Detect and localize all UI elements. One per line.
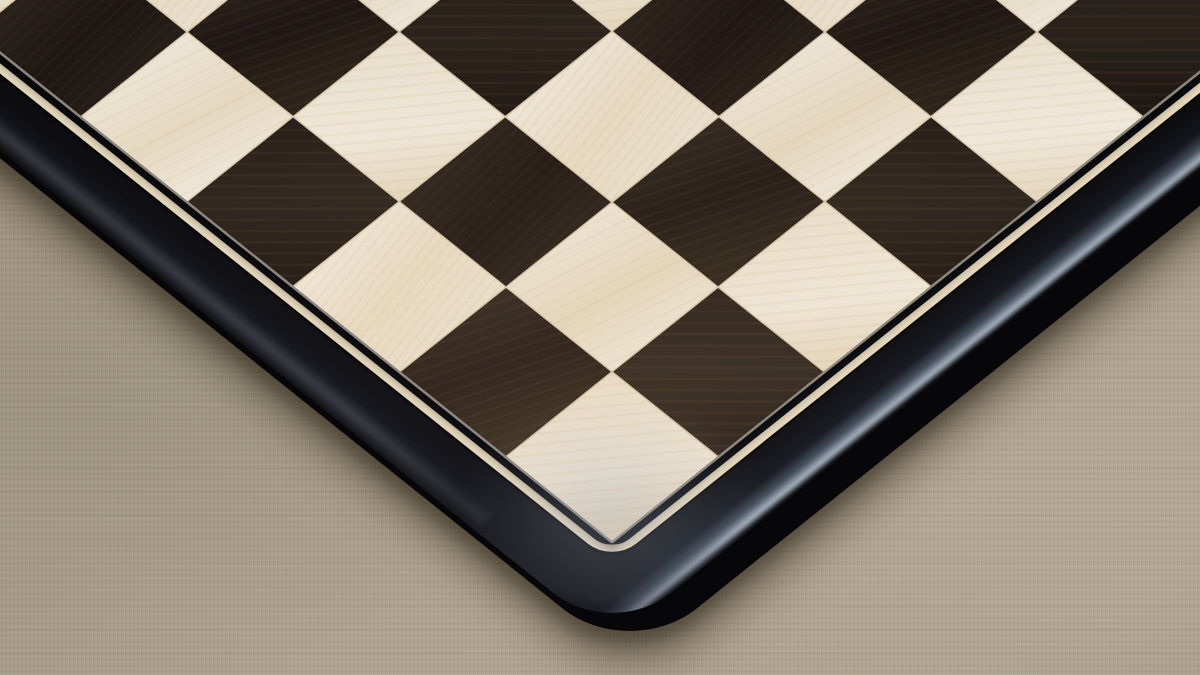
photo-scene bbox=[0, 0, 1200, 675]
